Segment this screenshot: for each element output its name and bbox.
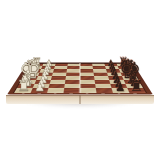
hinge-seam: [79, 64, 81, 94]
product-photo-chess-set: ♜♞♝♛♚♝♞♜♟♟♟♟♟♟♟♟♟♟♟♟♟♟♟♟♜♞♝♛♚♝♞♜: [0, 0, 160, 160]
chess-board: [7, 63, 153, 95]
fold-seam: [79, 95, 80, 104]
board-front-edge: [6, 95, 154, 104]
coordinate-marks: [16, 94, 145, 95]
